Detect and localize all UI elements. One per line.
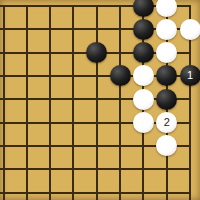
move-number-label: 1: [187, 70, 193, 81]
black-stone[interactable]: [133, 42, 154, 63]
black-stone[interactable]: [133, 0, 154, 17]
white-stone[interactable]: [156, 135, 177, 156]
grid-line-vertical: [96, 5, 98, 200]
black-stone[interactable]: [156, 65, 177, 86]
white-stone[interactable]: [133, 112, 154, 133]
white-stone[interactable]: [133, 89, 154, 110]
white-stone[interactable]: [156, 0, 177, 17]
move-number-label: 2: [164, 117, 170, 128]
black-stone[interactable]: [156, 89, 177, 110]
white-stone[interactable]: [156, 42, 177, 63]
black-stone[interactable]: 1: [180, 65, 200, 86]
grid-line-vertical: [26, 5, 28, 200]
grid-line-vertical: [72, 5, 74, 200]
white-stone[interactable]: [133, 65, 154, 86]
white-stone[interactable]: [156, 19, 177, 40]
white-stone[interactable]: [180, 19, 200, 40]
black-stone[interactable]: [110, 65, 131, 86]
grid-line-vertical: [3, 5, 5, 200]
white-stone[interactable]: 2: [156, 112, 177, 133]
black-stone[interactable]: [133, 19, 154, 40]
grid-line-vertical: [119, 5, 121, 200]
black-stone[interactable]: [86, 42, 107, 63]
grid-line-vertical: [49, 5, 51, 200]
go-board[interactable]: 12: [0, 0, 200, 200]
